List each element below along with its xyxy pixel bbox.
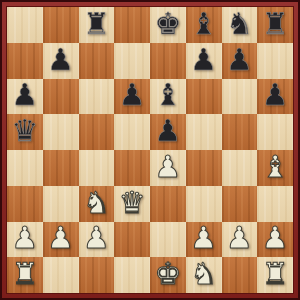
square-a7[interactable] [7, 43, 43, 79]
square-c7[interactable] [79, 43, 115, 79]
piece-white-king[interactable]: ♚ [154, 259, 181, 289]
square-c6[interactable] [79, 79, 115, 115]
square-c1[interactable] [79, 257, 115, 293]
square-a8[interactable] [7, 7, 43, 43]
square-c4[interactable] [79, 150, 115, 186]
piece-white-pawn[interactable]: ♟ [190, 223, 217, 253]
square-a3[interactable] [7, 186, 43, 222]
square-d7[interactable] [114, 43, 150, 79]
square-d2[interactable] [114, 222, 150, 258]
piece-white-pawn[interactable]: ♟ [11, 223, 38, 253]
square-h1[interactable]: ♜ [257, 257, 293, 293]
piece-white-pawn[interactable]: ♟ [83, 223, 110, 253]
piece-black-rook[interactable]: ♜ [83, 9, 110, 39]
piece-black-knight[interactable]: ♞ [226, 9, 253, 39]
square-e8[interactable]: ♚ [150, 7, 186, 43]
square-h6[interactable]: ♟ [257, 79, 293, 115]
square-g8[interactable]: ♞ [222, 7, 258, 43]
piece-white-queen[interactable]: ♛ [119, 188, 146, 218]
piece-black-rook[interactable]: ♜ [262, 9, 289, 39]
square-f7[interactable]: ♟ [186, 43, 222, 79]
square-e7[interactable] [150, 43, 186, 79]
piece-black-pawn[interactable]: ♟ [262, 80, 289, 110]
square-e6[interactable]: ♝ [150, 79, 186, 115]
square-h4[interactable]: ♝ [257, 150, 293, 186]
square-a1[interactable]: ♜ [7, 257, 43, 293]
square-b2[interactable]: ♟ [43, 222, 79, 258]
square-g1[interactable] [222, 257, 258, 293]
piece-black-pawn[interactable]: ♟ [226, 45, 253, 75]
square-d1[interactable] [114, 257, 150, 293]
piece-black-pawn[interactable]: ♟ [11, 80, 38, 110]
square-h5[interactable] [257, 114, 293, 150]
piece-white-bishop[interactable]: ♝ [262, 152, 289, 182]
square-f4[interactable] [186, 150, 222, 186]
square-g5[interactable] [222, 114, 258, 150]
piece-white-pawn[interactable]: ♟ [47, 223, 74, 253]
square-f3[interactable] [186, 186, 222, 222]
square-c8[interactable]: ♜ [79, 7, 115, 43]
square-d5[interactable] [114, 114, 150, 150]
piece-white-pawn[interactable]: ♟ [154, 152, 181, 182]
square-f1[interactable]: ♞ [186, 257, 222, 293]
square-d6[interactable]: ♟ [114, 79, 150, 115]
piece-black-pawn[interactable]: ♟ [119, 80, 146, 110]
square-b8[interactable] [43, 7, 79, 43]
piece-black-pawn[interactable]: ♟ [47, 45, 74, 75]
piece-white-pawn[interactable]: ♟ [262, 223, 289, 253]
piece-black-queen[interactable]: ♛ [11, 116, 38, 146]
chess-board-frame: ♜♚♝♞♜♟♟♟♟♟♝♟♛♟♟♝♞♛♟♟♟♟♟♟♜♚♞♜ [0, 0, 300, 300]
piece-white-rook[interactable]: ♜ [262, 259, 289, 289]
piece-black-pawn[interactable]: ♟ [154, 116, 181, 146]
piece-black-king[interactable]: ♚ [154, 9, 181, 39]
square-c2[interactable]: ♟ [79, 222, 115, 258]
square-f8[interactable]: ♝ [186, 7, 222, 43]
square-c5[interactable] [79, 114, 115, 150]
square-h2[interactable]: ♟ [257, 222, 293, 258]
square-e1[interactable]: ♚ [150, 257, 186, 293]
square-d4[interactable] [114, 150, 150, 186]
square-b7[interactable]: ♟ [43, 43, 79, 79]
square-f5[interactable] [186, 114, 222, 150]
square-a2[interactable]: ♟ [7, 222, 43, 258]
square-e4[interactable]: ♟ [150, 150, 186, 186]
square-b6[interactable] [43, 79, 79, 115]
square-e3[interactable] [150, 186, 186, 222]
piece-white-pawn[interactable]: ♟ [226, 223, 253, 253]
square-b4[interactable] [43, 150, 79, 186]
square-e5[interactable]: ♟ [150, 114, 186, 150]
square-f6[interactable] [186, 79, 222, 115]
piece-white-knight[interactable]: ♞ [190, 259, 217, 289]
square-g4[interactable] [222, 150, 258, 186]
square-d8[interactable] [114, 7, 150, 43]
square-d3[interactable]: ♛ [114, 186, 150, 222]
square-g6[interactable] [222, 79, 258, 115]
square-a5[interactable]: ♛ [7, 114, 43, 150]
square-h8[interactable]: ♜ [257, 7, 293, 43]
chess-board: ♜♚♝♞♜♟♟♟♟♟♝♟♛♟♟♝♞♛♟♟♟♟♟♟♜♚♞♜ [6, 6, 294, 294]
square-a4[interactable] [7, 150, 43, 186]
square-f2[interactable]: ♟ [186, 222, 222, 258]
square-h7[interactable] [257, 43, 293, 79]
square-g7[interactable]: ♟ [222, 43, 258, 79]
piece-white-rook[interactable]: ♜ [11, 259, 38, 289]
piece-black-bishop[interactable]: ♝ [190, 9, 217, 39]
square-g2[interactable]: ♟ [222, 222, 258, 258]
square-b3[interactable] [43, 186, 79, 222]
piece-white-knight[interactable]: ♞ [83, 188, 110, 218]
square-b5[interactable] [43, 114, 79, 150]
square-b1[interactable] [43, 257, 79, 293]
square-a6[interactable]: ♟ [7, 79, 43, 115]
piece-black-pawn[interactable]: ♟ [190, 45, 217, 75]
square-g3[interactable] [222, 186, 258, 222]
square-e2[interactable] [150, 222, 186, 258]
square-h3[interactable] [257, 186, 293, 222]
piece-black-bishop[interactable]: ♝ [154, 80, 181, 110]
square-c3[interactable]: ♞ [79, 186, 115, 222]
